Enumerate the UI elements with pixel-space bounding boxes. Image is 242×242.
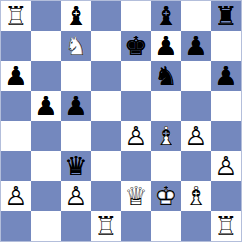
- square-h8[interactable]: ♜: [211, 1, 241, 31]
- square-f5[interactable]: [151, 91, 181, 121]
- white-pawn-piece: ♟♙: [61, 181, 91, 211]
- white-bishop-piece: ♝♗: [151, 121, 181, 151]
- square-h6[interactable]: ♟: [211, 61, 241, 91]
- square-e2[interactable]: ♛♕: [121, 181, 151, 211]
- black-pawn-piece: ♟: [1, 61, 31, 91]
- square-c1[interactable]: [61, 211, 91, 241]
- piece-solid-layer: ♟: [31, 91, 61, 121]
- square-g5[interactable]: [181, 91, 211, 121]
- square-b7[interactable]: [31, 31, 61, 61]
- square-a7[interactable]: [1, 31, 31, 61]
- square-a5[interactable]: [1, 91, 31, 121]
- white-queen-piece: ♛♕: [121, 181, 151, 211]
- square-e6[interactable]: [121, 61, 151, 91]
- square-f2[interactable]: ♚♔: [151, 181, 181, 211]
- white-rook-piece: ♜♖: [91, 211, 121, 241]
- piece-outline-layer: ♔: [151, 181, 181, 211]
- square-b2[interactable]: [31, 181, 61, 211]
- square-g3[interactable]: [181, 151, 211, 181]
- piece-solid-layer: ♟: [61, 91, 91, 121]
- white-knight-piece: ♞♘: [61, 31, 91, 61]
- square-e8[interactable]: [121, 1, 151, 31]
- white-pawn-piece: ♟♙: [211, 151, 241, 181]
- piece-outline-layer: ♖: [91, 211, 121, 241]
- square-d7[interactable]: [91, 31, 121, 61]
- piece-solid-layer: ♟: [1, 61, 31, 91]
- square-h1[interactable]: ♜♖: [211, 211, 241, 241]
- piece-fill-layer: ♜: [1, 1, 31, 31]
- square-h2[interactable]: [211, 181, 241, 211]
- square-d5[interactable]: [91, 91, 121, 121]
- piece-solid-layer: ♞: [151, 61, 181, 91]
- square-a6[interactable]: ♟: [1, 61, 31, 91]
- white-pawn-piece: ♟♙: [1, 181, 31, 211]
- white-bishop-piece: ♝♗: [181, 181, 211, 211]
- square-c6[interactable]: [61, 61, 91, 91]
- white-rook-piece: ♜♖: [1, 1, 31, 31]
- piece-fill-layer: ♟: [61, 181, 91, 211]
- piece-solid-layer: ♟: [211, 61, 241, 91]
- piece-solid-layer: ♚: [121, 31, 151, 61]
- chess-board-frame: ♜♖♝♝♜♞♘♚♟♟♟♞♟♟♟♟♙♝♗♟♙♛♟♙♟♙♟♙♛♕♚♔♝♗♜♖♜♖: [0, 0, 242, 242]
- piece-solid-layer: ♜: [211, 1, 241, 31]
- square-c3[interactable]: ♛: [61, 151, 91, 181]
- black-pawn-piece: ♟: [211, 61, 241, 91]
- piece-outline-layer: ♙: [1, 181, 31, 211]
- piece-fill-layer: ♝: [151, 121, 181, 151]
- square-f8[interactable]: ♝: [151, 1, 181, 31]
- square-f4[interactable]: ♝♗: [151, 121, 181, 151]
- square-h7[interactable]: [211, 31, 241, 61]
- square-b1[interactable]: [31, 211, 61, 241]
- piece-solid-layer: ♝: [151, 1, 181, 31]
- piece-outline-layer: ♖: [211, 211, 241, 241]
- piece-fill-layer: ♟: [121, 121, 151, 151]
- piece-outline-layer: ♕: [121, 181, 151, 211]
- square-c7[interactable]: ♞♘: [61, 31, 91, 61]
- piece-outline-layer: ♘: [61, 31, 91, 61]
- piece-outline-layer: ♙: [211, 151, 241, 181]
- square-e4[interactable]: ♟♙: [121, 121, 151, 151]
- piece-outline-layer: ♙: [181, 121, 211, 151]
- square-d4[interactable]: [91, 121, 121, 151]
- square-f1[interactable]: [151, 211, 181, 241]
- piece-outline-layer: ♙: [121, 121, 151, 151]
- square-g8[interactable]: [181, 1, 211, 31]
- square-g7[interactable]: ♟: [181, 31, 211, 61]
- white-rook-piece: ♜♖: [211, 211, 241, 241]
- black-pawn-piece: ♟: [151, 31, 181, 61]
- square-e5[interactable]: [121, 91, 151, 121]
- white-pawn-piece: ♟♙: [121, 121, 151, 151]
- square-c2[interactable]: ♟♙: [61, 181, 91, 211]
- square-a3[interactable]: [1, 151, 31, 181]
- square-g4[interactable]: ♟♙: [181, 121, 211, 151]
- square-c5[interactable]: ♟: [61, 91, 91, 121]
- square-a2[interactable]: ♟♙: [1, 181, 31, 211]
- square-d8[interactable]: [91, 1, 121, 31]
- black-bishop-piece: ♝: [151, 1, 181, 31]
- white-pawn-piece: ♟♙: [181, 121, 211, 151]
- black-pawn-piece: ♟: [61, 91, 91, 121]
- piece-fill-layer: ♛: [121, 181, 151, 211]
- square-a4[interactable]: [1, 121, 31, 151]
- chess-board: ♜♖♝♝♜♞♘♚♟♟♟♞♟♟♟♟♙♝♗♟♙♛♟♙♟♙♟♙♛♕♚♔♝♗♜♖♜♖: [1, 1, 241, 241]
- square-b5[interactable]: ♟: [31, 91, 61, 121]
- square-g6[interactable]: [181, 61, 211, 91]
- black-rook-piece: ♜: [211, 1, 241, 31]
- black-queen-piece: ♛: [61, 151, 91, 181]
- piece-fill-layer: ♜: [211, 211, 241, 241]
- piece-solid-layer: ♟: [151, 31, 181, 61]
- black-pawn-piece: ♟: [181, 31, 211, 61]
- piece-outline-layer: ♗: [181, 181, 211, 211]
- square-a1[interactable]: [1, 211, 31, 241]
- square-d3[interactable]: [91, 151, 121, 181]
- piece-fill-layer: ♚: [151, 181, 181, 211]
- square-g1[interactable]: [181, 211, 211, 241]
- piece-solid-layer: ♝: [61, 1, 91, 31]
- square-d2[interactable]: [91, 181, 121, 211]
- square-f7[interactable]: ♟: [151, 31, 181, 61]
- square-b6[interactable]: [31, 61, 61, 91]
- square-b8[interactable]: [31, 1, 61, 31]
- piece-outline-layer: ♖: [1, 1, 31, 31]
- piece-fill-layer: ♞: [61, 31, 91, 61]
- square-b4[interactable]: [31, 121, 61, 151]
- white-king-piece: ♚♔: [151, 181, 181, 211]
- square-c4[interactable]: [61, 121, 91, 151]
- square-f6[interactable]: ♞: [151, 61, 181, 91]
- piece-fill-layer: ♝: [181, 181, 211, 211]
- square-h5[interactable]: [211, 91, 241, 121]
- black-knight-piece: ♞: [151, 61, 181, 91]
- piece-fill-layer: ♟: [1, 181, 31, 211]
- square-h4[interactable]: [211, 121, 241, 151]
- black-pawn-piece: ♟: [31, 91, 61, 121]
- piece-outline-layer: ♗: [151, 121, 181, 151]
- square-d6[interactable]: [91, 61, 121, 91]
- square-d1[interactable]: ♜♖: [91, 211, 121, 241]
- piece-outline-layer: ♙: [61, 181, 91, 211]
- square-b3[interactable]: [31, 151, 61, 181]
- square-f3[interactable]: [151, 151, 181, 181]
- square-a8[interactable]: ♜♖: [1, 1, 31, 31]
- piece-solid-layer: ♟: [181, 31, 211, 61]
- piece-fill-layer: ♟: [181, 121, 211, 151]
- square-g2[interactable]: ♝♗: [181, 181, 211, 211]
- square-e1[interactable]: [121, 211, 151, 241]
- square-e7[interactable]: ♚: [121, 31, 151, 61]
- piece-fill-layer: ♟: [211, 151, 241, 181]
- black-bishop-piece: ♝: [61, 1, 91, 31]
- black-king-piece: ♚: [121, 31, 151, 61]
- square-h3[interactable]: ♟♙: [211, 151, 241, 181]
- square-c8[interactable]: ♝: [61, 1, 91, 31]
- square-e3[interactable]: [121, 151, 151, 181]
- piece-fill-layer: ♜: [91, 211, 121, 241]
- piece-solid-layer: ♛: [61, 151, 91, 181]
